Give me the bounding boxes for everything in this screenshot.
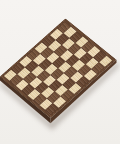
scene	[0, 0, 120, 144]
